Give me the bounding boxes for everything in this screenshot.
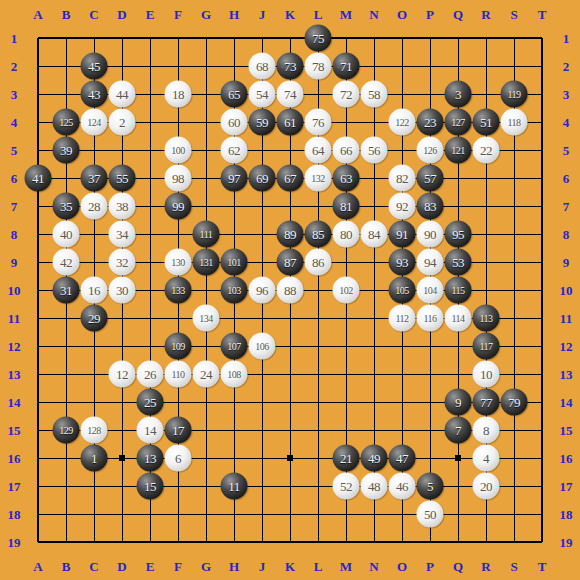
- move-number: 73: [284, 60, 296, 73]
- black-stone-F15[interactable]: 17: [165, 417, 192, 444]
- move-number: 127: [451, 117, 465, 127]
- white-stone-M17[interactable]: 52: [333, 473, 360, 500]
- column-label-bottom: B: [62, 560, 71, 573]
- black-stone-E14[interactable]: 25: [137, 389, 164, 416]
- column-label-top: L: [314, 8, 323, 21]
- move-number: 80: [340, 228, 352, 241]
- black-stone-Q10[interactable]: 115: [445, 277, 472, 304]
- row-label-right: 11: [560, 312, 572, 325]
- move-number: 128: [87, 425, 101, 435]
- black-stone-F7[interactable]: 99: [165, 193, 192, 220]
- row-label-right: 12: [560, 340, 573, 353]
- move-number: 96: [256, 284, 268, 297]
- row-label-right: 17: [560, 480, 573, 493]
- white-stone-C15[interactable]: 128: [81, 417, 108, 444]
- row-label-left: 14: [8, 396, 21, 409]
- white-stone-G13[interactable]: 24: [193, 361, 220, 388]
- move-number: 34: [116, 228, 128, 241]
- row-label-left: 7: [11, 200, 18, 213]
- move-number: 28: [88, 200, 100, 213]
- move-number: 119: [507, 89, 520, 99]
- white-stone-F9[interactable]: 130: [165, 249, 192, 276]
- move-number: 25: [144, 396, 156, 409]
- row-label-right: 13: [560, 368, 573, 381]
- black-stone-P17[interactable]: 5: [417, 473, 444, 500]
- row-label-right: 15: [560, 424, 573, 437]
- move-number: 49: [368, 452, 380, 465]
- white-stone-P8[interactable]: 90: [417, 221, 444, 248]
- move-number: 65: [228, 88, 240, 101]
- black-stone-B4[interactable]: 125: [53, 109, 80, 136]
- move-number: 115: [451, 285, 464, 295]
- row-label-left: 19: [8, 536, 21, 549]
- column-label-top: K: [285, 8, 295, 21]
- black-stone-B5[interactable]: 39: [53, 137, 80, 164]
- column-label-bottom: J: [259, 560, 266, 573]
- move-number: 29: [88, 312, 100, 325]
- move-number: 82: [396, 172, 408, 185]
- white-stone-D7[interactable]: 38: [109, 193, 136, 220]
- black-stone-K8[interactable]: 89: [277, 221, 304, 248]
- white-stone-N5[interactable]: 56: [361, 137, 388, 164]
- go-board[interactable]: AABBCCDDEEFFGGHHJJKKLLMMNNOOPPQQRRSSTT11…: [0, 0, 580, 580]
- move-number: 81: [340, 200, 352, 213]
- move-number: 14: [144, 424, 156, 437]
- black-stone-M2[interactable]: 71: [333, 53, 360, 80]
- move-number: 20: [480, 480, 492, 493]
- column-label-top: D: [117, 8, 126, 21]
- move-number: 124: [87, 117, 101, 127]
- move-number: 40: [60, 228, 72, 241]
- white-stone-O11[interactable]: 112: [389, 305, 416, 332]
- white-stone-P18[interactable]: 50: [417, 501, 444, 528]
- white-stone-O7[interactable]: 92: [389, 193, 416, 220]
- move-number: 89: [284, 228, 296, 241]
- move-number: 116: [423, 313, 436, 323]
- white-stone-M5[interactable]: 66: [333, 137, 360, 164]
- move-number: 47: [396, 452, 408, 465]
- black-stone-F12[interactable]: 109: [165, 333, 192, 360]
- white-stone-C10[interactable]: 16: [81, 277, 108, 304]
- move-number: 133: [171, 285, 185, 295]
- move-number: 99: [172, 200, 184, 213]
- white-stone-R17[interactable]: 20: [473, 473, 500, 500]
- row-label-left: 10: [8, 284, 21, 297]
- move-number: 134: [199, 313, 213, 323]
- column-label-top: E: [146, 8, 155, 21]
- white-stone-R16[interactable]: 4: [473, 445, 500, 472]
- move-number: 91: [396, 228, 408, 241]
- row-label-left: 5: [11, 144, 18, 157]
- black-stone-L8[interactable]: 85: [305, 221, 332, 248]
- column-label-top: F: [174, 8, 182, 21]
- black-stone-B7[interactable]: 35: [53, 193, 80, 220]
- move-number: 1: [91, 452, 97, 465]
- move-number: 59: [256, 116, 268, 129]
- move-number: 21: [340, 452, 352, 465]
- black-stone-C3[interactable]: 43: [81, 81, 108, 108]
- move-number: 63: [340, 172, 352, 185]
- black-stone-K2[interactable]: 73: [277, 53, 304, 80]
- white-stone-F16[interactable]: 6: [165, 445, 192, 472]
- move-number: 12: [116, 368, 128, 381]
- black-stone-Q4[interactable]: 127: [445, 109, 472, 136]
- move-number: 83: [424, 200, 436, 213]
- move-number: 9: [455, 396, 461, 409]
- white-stone-R15[interactable]: 8: [473, 417, 500, 444]
- black-stone-R12[interactable]: 117: [473, 333, 500, 360]
- column-label-bottom: C: [89, 560, 98, 573]
- star-point: [455, 455, 462, 462]
- white-stone-O4[interactable]: 122: [389, 109, 416, 136]
- column-label-bottom: A: [33, 560, 42, 573]
- column-label-top: R: [481, 8, 490, 21]
- move-number: 121: [451, 145, 465, 155]
- move-number: 38: [116, 200, 128, 213]
- row-label-left: 16: [8, 452, 21, 465]
- move-number: 75: [312, 32, 324, 45]
- white-stone-L2[interactable]: 78: [305, 53, 332, 80]
- white-stone-S4[interactable]: 118: [501, 109, 528, 136]
- move-number: 90: [424, 228, 436, 241]
- move-number: 39: [60, 144, 72, 157]
- white-stone-Q11[interactable]: 114: [445, 305, 472, 332]
- black-stone-L1[interactable]: 75: [305, 25, 332, 52]
- white-stone-F5[interactable]: 100: [165, 137, 192, 164]
- white-stone-J10[interactable]: 96: [249, 277, 276, 304]
- white-stone-D13[interactable]: 12: [109, 361, 136, 388]
- white-stone-L4[interactable]: 76: [305, 109, 332, 136]
- move-number: 6: [175, 452, 181, 465]
- move-number: 10: [480, 368, 492, 381]
- column-label-bottom: L: [314, 560, 323, 573]
- column-label-bottom: P: [426, 560, 434, 573]
- black-stone-R14[interactable]: 77: [473, 389, 500, 416]
- white-stone-D9[interactable]: 32: [109, 249, 136, 276]
- move-number: 130: [171, 257, 185, 267]
- move-number: 53: [452, 256, 464, 269]
- black-stone-F10[interactable]: 133: [165, 277, 192, 304]
- move-number: 13: [144, 452, 156, 465]
- move-number: 85: [312, 228, 324, 241]
- black-stone-S3[interactable]: 119: [501, 81, 528, 108]
- column-label-bottom: D: [117, 560, 126, 573]
- white-stone-D8[interactable]: 34: [109, 221, 136, 248]
- black-stone-E17[interactable]: 15: [137, 473, 164, 500]
- move-number: 125: [59, 117, 73, 127]
- black-stone-H9[interactable]: 101: [221, 249, 248, 276]
- white-stone-B8[interactable]: 40: [53, 221, 80, 248]
- black-stone-H10[interactable]: 103: [221, 277, 248, 304]
- black-stone-H3[interactable]: 65: [221, 81, 248, 108]
- column-label-top: B: [62, 8, 71, 21]
- move-number: 48: [368, 480, 380, 493]
- move-number: 69: [256, 172, 268, 185]
- white-stone-F13[interactable]: 110: [165, 361, 192, 388]
- black-stone-C11[interactable]: 29: [81, 305, 108, 332]
- move-number: 110: [171, 369, 184, 379]
- black-stone-R11[interactable]: 113: [473, 305, 500, 332]
- column-label-bottom: E: [146, 560, 155, 573]
- move-number: 31: [60, 284, 72, 297]
- move-number: 16: [88, 284, 100, 297]
- move-number: 98: [172, 172, 184, 185]
- move-number: 113: [479, 313, 492, 323]
- white-stone-G11[interactable]: 134: [193, 305, 220, 332]
- white-stone-N8[interactable]: 84: [361, 221, 388, 248]
- row-label-left: 17: [8, 480, 21, 493]
- black-stone-B10[interactable]: 31: [53, 277, 80, 304]
- move-number: 61: [284, 116, 296, 129]
- black-stone-P7[interactable]: 83: [417, 193, 444, 220]
- black-stone-M6[interactable]: 63: [333, 165, 360, 192]
- row-label-left: 2: [11, 60, 18, 73]
- white-stone-R5[interactable]: 22: [473, 137, 500, 164]
- row-label-left: 11: [8, 312, 20, 325]
- white-stone-K3[interactable]: 74: [277, 81, 304, 108]
- move-number: 54: [256, 88, 268, 101]
- move-number: 35: [60, 200, 72, 213]
- black-stone-N16[interactable]: 49: [361, 445, 388, 472]
- move-number: 87: [284, 256, 296, 269]
- black-stone-D6[interactable]: 55: [109, 165, 136, 192]
- move-number: 118: [507, 117, 520, 127]
- black-stone-K6[interactable]: 67: [277, 165, 304, 192]
- black-stone-Q14[interactable]: 9: [445, 389, 472, 416]
- row-label-right: 7: [563, 200, 570, 213]
- white-stone-H13[interactable]: 108: [221, 361, 248, 388]
- move-number: 67: [284, 172, 296, 185]
- move-number: 114: [451, 313, 464, 323]
- black-stone-Q9[interactable]: 53: [445, 249, 472, 276]
- row-label-left: 3: [11, 88, 18, 101]
- white-stone-D10[interactable]: 30: [109, 277, 136, 304]
- move-number: 37: [88, 172, 100, 185]
- black-stone-J4[interactable]: 59: [249, 109, 276, 136]
- move-number: 84: [368, 228, 380, 241]
- black-stone-K4[interactable]: 61: [277, 109, 304, 136]
- black-stone-C6[interactable]: 37: [81, 165, 108, 192]
- black-stone-B15[interactable]: 129: [53, 417, 80, 444]
- move-number: 68: [256, 60, 268, 73]
- black-stone-Q15[interactable]: 7: [445, 417, 472, 444]
- row-label-left: 9: [11, 256, 18, 269]
- row-label-right: 16: [560, 452, 573, 465]
- move-number: 104: [423, 285, 437, 295]
- white-stone-L5[interactable]: 64: [305, 137, 332, 164]
- move-number: 86: [312, 256, 324, 269]
- black-stone-R4[interactable]: 51: [473, 109, 500, 136]
- move-number: 11: [228, 480, 240, 493]
- move-number: 108: [227, 369, 241, 379]
- black-stone-P6[interactable]: 57: [417, 165, 444, 192]
- white-stone-C4[interactable]: 124: [81, 109, 108, 136]
- black-stone-O16[interactable]: 47: [389, 445, 416, 472]
- row-label-right: 1: [563, 32, 570, 45]
- row-label-right: 2: [563, 60, 570, 73]
- move-number: 88: [284, 284, 296, 297]
- column-label-bottom: R: [481, 560, 490, 573]
- move-number: 23: [424, 116, 436, 129]
- black-stone-M7[interactable]: 81: [333, 193, 360, 220]
- white-stone-J3[interactable]: 54: [249, 81, 276, 108]
- move-number: 5: [427, 480, 433, 493]
- black-stone-C2[interactable]: 45: [81, 53, 108, 80]
- move-number: 56: [368, 144, 380, 157]
- white-stone-H4[interactable]: 60: [221, 109, 248, 136]
- move-number: 57: [424, 172, 436, 185]
- black-stone-O9[interactable]: 93: [389, 249, 416, 276]
- move-number: 100: [171, 145, 185, 155]
- white-stone-J2[interactable]: 68: [249, 53, 276, 80]
- white-stone-P9[interactable]: 94: [417, 249, 444, 276]
- move-number: 111: [200, 229, 213, 239]
- move-number: 41: [32, 172, 44, 185]
- white-stone-M8[interactable]: 80: [333, 221, 360, 248]
- move-number: 101: [227, 257, 241, 267]
- row-label-left: 15: [8, 424, 21, 437]
- move-number: 51: [480, 116, 492, 129]
- column-label-top: S: [510, 8, 517, 21]
- white-stone-P10[interactable]: 104: [417, 277, 444, 304]
- black-stone-K9[interactable]: 87: [277, 249, 304, 276]
- black-stone-O10[interactable]: 105: [389, 277, 416, 304]
- black-stone-H17[interactable]: 11: [221, 473, 248, 500]
- black-stone-M16[interactable]: 21: [333, 445, 360, 472]
- white-stone-L9[interactable]: 86: [305, 249, 332, 276]
- column-label-bottom: H: [229, 560, 239, 573]
- white-stone-O6[interactable]: 82: [389, 165, 416, 192]
- row-label-right: 4: [563, 116, 570, 129]
- move-number: 77: [480, 396, 492, 409]
- white-stone-D4[interactable]: 2: [109, 109, 136, 136]
- move-number: 26: [144, 368, 156, 381]
- move-number: 95: [452, 228, 464, 241]
- move-number: 131: [199, 257, 213, 267]
- black-stone-H12[interactable]: 107: [221, 333, 248, 360]
- white-stone-B9[interactable]: 42: [53, 249, 80, 276]
- column-label-top: O: [397, 8, 407, 21]
- white-stone-H5[interactable]: 62: [221, 137, 248, 164]
- white-stone-N3[interactable]: 58: [361, 81, 388, 108]
- column-label-top: J: [259, 8, 266, 21]
- move-number: 15: [144, 480, 156, 493]
- black-stone-S14[interactable]: 79: [501, 389, 528, 416]
- black-stone-J6[interactable]: 69: [249, 165, 276, 192]
- white-stone-N17[interactable]: 48: [361, 473, 388, 500]
- move-number: 76: [312, 116, 324, 129]
- move-number: 46: [396, 480, 408, 493]
- white-stone-P5[interactable]: 126: [417, 137, 444, 164]
- column-label-top: A: [33, 8, 42, 21]
- move-number: 17: [172, 424, 184, 437]
- row-label-left: 6: [11, 172, 18, 185]
- move-number: 112: [395, 313, 408, 323]
- move-number: 78: [312, 60, 324, 73]
- white-stone-F6[interactable]: 98: [165, 165, 192, 192]
- move-number: 43: [88, 88, 100, 101]
- black-stone-C16[interactable]: 1: [81, 445, 108, 472]
- move-number: 94: [424, 256, 436, 269]
- white-stone-M3[interactable]: 72: [333, 81, 360, 108]
- white-stone-K10[interactable]: 88: [277, 277, 304, 304]
- white-stone-P11[interactable]: 116: [417, 305, 444, 332]
- black-stone-Q8[interactable]: 95: [445, 221, 472, 248]
- column-label-top: M: [340, 8, 352, 21]
- row-label-right: 9: [563, 256, 570, 269]
- black-stone-E16[interactable]: 13: [137, 445, 164, 472]
- move-number: 8: [483, 424, 489, 437]
- move-number: 106: [255, 341, 269, 351]
- row-label-right: 5: [563, 144, 570, 157]
- column-label-top: N: [369, 8, 378, 21]
- move-number: 102: [339, 285, 353, 295]
- black-stone-Q3[interactable]: 3: [445, 81, 472, 108]
- move-number: 32: [116, 256, 128, 269]
- row-label-right: 14: [560, 396, 573, 409]
- row-label-left: 4: [11, 116, 18, 129]
- column-label-top: H: [229, 8, 239, 21]
- row-label-right: 18: [560, 508, 573, 521]
- move-number: 117: [479, 341, 492, 351]
- white-stone-D3[interactable]: 44: [109, 81, 136, 108]
- column-label-bottom: F: [174, 560, 182, 573]
- column-label-bottom: O: [397, 560, 407, 573]
- row-label-right: 3: [563, 88, 570, 101]
- black-stone-P4[interactable]: 23: [417, 109, 444, 136]
- black-stone-A6[interactable]: 41: [25, 165, 52, 192]
- row-label-left: 12: [8, 340, 21, 353]
- column-label-bottom: M: [340, 560, 352, 573]
- move-number: 97: [228, 172, 240, 185]
- move-number: 107: [227, 341, 241, 351]
- black-stone-G8[interactable]: 111: [193, 221, 220, 248]
- move-number: 62: [228, 144, 240, 157]
- move-number: 4: [483, 452, 489, 465]
- black-stone-Q5[interactable]: 121: [445, 137, 472, 164]
- move-number: 3: [455, 88, 461, 101]
- white-stone-M10[interactable]: 102: [333, 277, 360, 304]
- white-stone-E15[interactable]: 14: [137, 417, 164, 444]
- move-number: 93: [396, 256, 408, 269]
- row-label-right: 19: [560, 536, 573, 549]
- white-stone-O17[interactable]: 46: [389, 473, 416, 500]
- white-stone-C7[interactable]: 28: [81, 193, 108, 220]
- move-number: 126: [423, 145, 437, 155]
- black-stone-G9[interactable]: 131: [193, 249, 220, 276]
- column-label-bottom: N: [369, 560, 378, 573]
- move-number: 74: [284, 88, 296, 101]
- black-stone-H6[interactable]: 97: [221, 165, 248, 192]
- row-label-left: 1: [11, 32, 18, 45]
- column-label-bottom: Q: [453, 560, 463, 573]
- white-stone-L6[interactable]: 132: [305, 165, 332, 192]
- white-stone-F3[interactable]: 18: [165, 81, 192, 108]
- white-stone-J12[interactable]: 106: [249, 333, 276, 360]
- column-label-top: G: [201, 8, 211, 21]
- move-number: 7: [455, 424, 461, 437]
- white-stone-R13[interactable]: 10: [473, 361, 500, 388]
- move-number: 71: [340, 60, 352, 73]
- row-label-right: 6: [563, 172, 570, 185]
- move-number: 42: [60, 256, 72, 269]
- star-point: [287, 455, 294, 462]
- white-stone-E13[interactable]: 26: [137, 361, 164, 388]
- column-label-bottom: T: [538, 560, 547, 573]
- move-number: 72: [340, 88, 352, 101]
- black-stone-O8[interactable]: 91: [389, 221, 416, 248]
- column-label-top: C: [89, 8, 98, 21]
